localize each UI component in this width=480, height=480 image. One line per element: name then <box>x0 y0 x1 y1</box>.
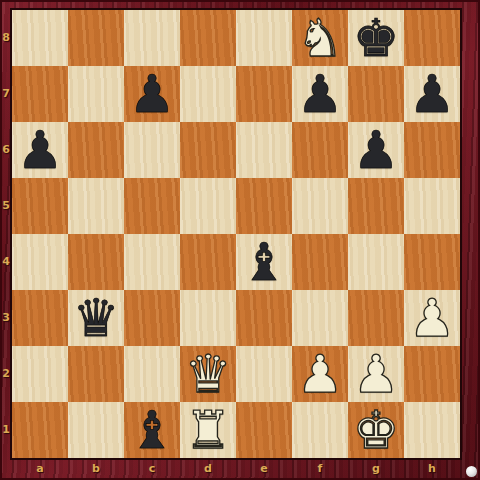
square-c1[interactable]: ♝ <box>124 402 180 458</box>
square-f4[interactable] <box>292 234 348 290</box>
square-h5[interactable] <box>404 178 460 234</box>
square-e1[interactable] <box>236 402 292 458</box>
chess-board: ♞♚♟♟♟♟♟♝♛♟♛♟♟♝♜♚ <box>12 10 460 458</box>
square-f7[interactable]: ♟ <box>292 66 348 122</box>
file-label-a: a <box>12 463 68 475</box>
square-d3[interactable] <box>180 290 236 346</box>
piece-black-pawn-a6[interactable]: ♟ <box>12 122 68 178</box>
square-a3[interactable] <box>12 290 68 346</box>
square-d4[interactable] <box>180 234 236 290</box>
square-b3[interactable]: ♛ <box>68 290 124 346</box>
square-a7[interactable] <box>12 66 68 122</box>
square-c8[interactable] <box>124 10 180 66</box>
square-b1[interactable] <box>68 402 124 458</box>
square-a4[interactable] <box>12 234 68 290</box>
file-label-f: f <box>292 463 348 475</box>
square-h6[interactable] <box>404 122 460 178</box>
square-c5[interactable] <box>124 178 180 234</box>
file-label-d: d <box>180 463 236 475</box>
square-g6[interactable]: ♟ <box>348 122 404 178</box>
square-a1[interactable] <box>12 402 68 458</box>
square-b7[interactable] <box>68 66 124 122</box>
square-h8[interactable] <box>404 10 460 66</box>
piece-black-pawn-h7[interactable]: ♟ <box>404 66 460 122</box>
corner-marker-dot <box>466 466 477 477</box>
piece-white-king-g1[interactable]: ♚ <box>348 402 404 458</box>
piece-white-knight-f8[interactable]: ♞ <box>292 10 348 66</box>
square-f2[interactable]: ♟ <box>292 346 348 402</box>
square-f5[interactable] <box>292 178 348 234</box>
rank-label-5: 5 <box>0 200 12 212</box>
piece-white-pawn-h3[interactable]: ♟ <box>404 290 460 346</box>
piece-black-pawn-c7[interactable]: ♟ <box>124 66 180 122</box>
file-label-e: e <box>236 463 292 475</box>
square-d8[interactable] <box>180 10 236 66</box>
square-b2[interactable] <box>68 346 124 402</box>
rank-label-1: 1 <box>0 424 12 436</box>
piece-black-bishop-e4[interactable]: ♝ <box>236 234 292 290</box>
square-f1[interactable] <box>292 402 348 458</box>
square-c4[interactable] <box>124 234 180 290</box>
square-c6[interactable] <box>124 122 180 178</box>
square-e5[interactable] <box>236 178 292 234</box>
piece-black-pawn-g6[interactable]: ♟ <box>348 122 404 178</box>
square-b6[interactable] <box>68 122 124 178</box>
piece-black-queen-b3[interactable]: ♛ <box>68 290 124 346</box>
square-a5[interactable] <box>12 178 68 234</box>
file-label-b: b <box>68 463 124 475</box>
piece-white-pawn-f2[interactable]: ♟ <box>292 346 348 402</box>
piece-white-pawn-g2[interactable]: ♟ <box>348 346 404 402</box>
square-g4[interactable] <box>348 234 404 290</box>
square-f3[interactable] <box>292 290 348 346</box>
rank-label-4: 4 <box>0 256 12 268</box>
file-label-g: g <box>348 463 404 475</box>
rank-label-8: 8 <box>0 32 12 44</box>
square-c3[interactable] <box>124 290 180 346</box>
square-a6[interactable]: ♟ <box>12 122 68 178</box>
square-c2[interactable] <box>124 346 180 402</box>
square-b5[interactable] <box>68 178 124 234</box>
square-e3[interactable] <box>236 290 292 346</box>
square-e7[interactable] <box>236 66 292 122</box>
square-a8[interactable] <box>12 10 68 66</box>
square-c7[interactable]: ♟ <box>124 66 180 122</box>
square-g7[interactable] <box>348 66 404 122</box>
square-d6[interactable] <box>180 122 236 178</box>
rank-label-6: 6 <box>0 144 12 156</box>
square-f6[interactable] <box>292 122 348 178</box>
square-g1[interactable]: ♚ <box>348 402 404 458</box>
square-d1[interactable]: ♜ <box>180 402 236 458</box>
piece-white-queen-d2[interactable]: ♛ <box>180 346 236 402</box>
rank-label-7: 7 <box>0 88 12 100</box>
square-e8[interactable] <box>236 10 292 66</box>
file-label-h: h <box>404 463 460 475</box>
square-a2[interactable] <box>12 346 68 402</box>
square-e6[interactable] <box>236 122 292 178</box>
square-d7[interactable] <box>180 66 236 122</box>
square-g8[interactable]: ♚ <box>348 10 404 66</box>
square-d2[interactable]: ♛ <box>180 346 236 402</box>
square-g3[interactable] <box>348 290 404 346</box>
piece-white-rook-d1[interactable]: ♜ <box>180 402 236 458</box>
square-g5[interactable] <box>348 178 404 234</box>
rank-label-2: 2 <box>0 368 12 380</box>
square-h1[interactable] <box>404 402 460 458</box>
square-h7[interactable]: ♟ <box>404 66 460 122</box>
piece-black-bishop-c1[interactable]: ♝ <box>124 402 180 458</box>
file-label-c: c <box>124 463 180 475</box>
square-g2[interactable]: ♟ <box>348 346 404 402</box>
square-e4[interactable]: ♝ <box>236 234 292 290</box>
piece-black-king-g8[interactable]: ♚ <box>348 10 404 66</box>
square-b8[interactable] <box>68 10 124 66</box>
square-f8[interactable]: ♞ <box>292 10 348 66</box>
square-e2[interactable] <box>236 346 292 402</box>
square-b4[interactable] <box>68 234 124 290</box>
square-h2[interactable] <box>404 346 460 402</box>
square-h4[interactable] <box>404 234 460 290</box>
square-h3[interactable]: ♟ <box>404 290 460 346</box>
rank-label-3: 3 <box>0 312 12 324</box>
piece-black-pawn-f7[interactable]: ♟ <box>292 66 348 122</box>
square-d5[interactable] <box>180 178 236 234</box>
